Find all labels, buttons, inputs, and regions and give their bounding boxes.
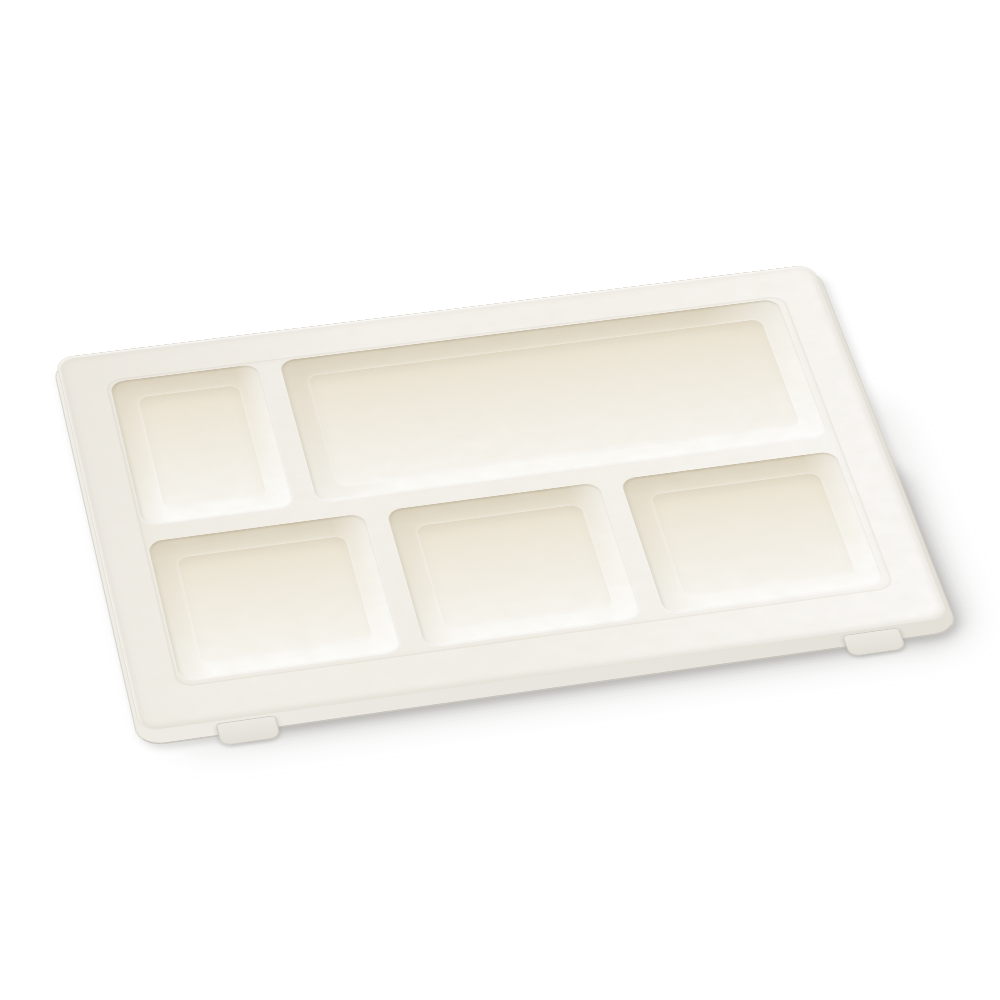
compartment-bottom-right-floor <box>650 473 856 599</box>
compartment-bottom-left-floor <box>177 536 374 665</box>
compartment-top-left-floor <box>138 385 268 510</box>
tray-3d-wrapper <box>55 264 950 732</box>
compartment-bottom-middle-floor <box>416 504 614 631</box>
product-photo-canvas <box>0 0 1000 1000</box>
